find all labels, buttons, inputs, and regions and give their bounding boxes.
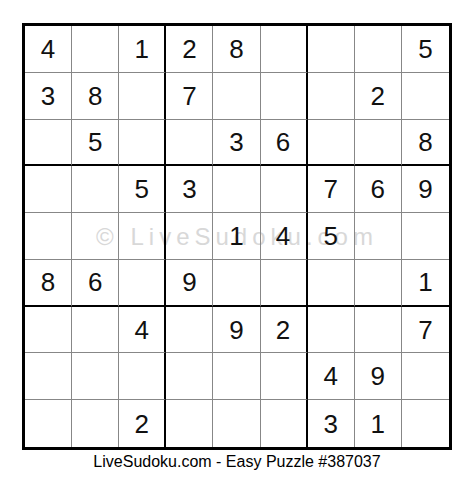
cell-r5c3 — [119, 213, 166, 260]
cell-r6c7 — [308, 260, 355, 307]
cell-r5c6: 4 — [261, 213, 308, 260]
cell-r4c9: 9 — [402, 166, 449, 213]
cell-r9c1 — [25, 400, 72, 447]
cell-r2c2: 8 — [72, 73, 119, 120]
cell-r1c3: 1 — [119, 26, 166, 73]
cell-r1c2 — [72, 26, 119, 73]
cell-r4c5 — [213, 166, 260, 213]
cell-r9c5 — [213, 400, 260, 447]
cell-r5c9 — [402, 213, 449, 260]
cell-r9c3: 2 — [119, 400, 166, 447]
cell-r7c8 — [355, 307, 402, 354]
cell-r6c1: 8 — [25, 260, 72, 307]
cell-r7c7 — [308, 307, 355, 354]
cell-r4c3: 5 — [119, 166, 166, 213]
cell-r4c1 — [25, 166, 72, 213]
cell-r8c3 — [119, 353, 166, 400]
cell-r5c7: 5 — [308, 213, 355, 260]
cell-r3c3 — [119, 120, 166, 167]
cell-r2c3 — [119, 73, 166, 120]
cell-r5c8 — [355, 213, 402, 260]
cell-r9c9 — [402, 400, 449, 447]
cell-r3c4 — [166, 120, 213, 167]
cell-r7c6: 2 — [261, 307, 308, 354]
cell-r4c4: 3 — [166, 166, 213, 213]
cell-r6c6 — [261, 260, 308, 307]
cell-r1c5: 8 — [213, 26, 260, 73]
cell-r6c9: 1 — [402, 260, 449, 307]
cell-r1c7 — [308, 26, 355, 73]
cell-r3c8 — [355, 120, 402, 167]
cell-r8c9 — [402, 353, 449, 400]
cell-r4c8: 6 — [355, 166, 402, 213]
cell-r6c8 — [355, 260, 402, 307]
sudoku-board: © LiveSudoku.com 41285387253685376914586… — [22, 23, 452, 450]
cell-r1c9: 5 — [402, 26, 449, 73]
cell-r3c6: 6 — [261, 120, 308, 167]
cell-r8c6 — [261, 353, 308, 400]
cell-r5c4 — [166, 213, 213, 260]
cell-r7c5: 9 — [213, 307, 260, 354]
cell-r2c5 — [213, 73, 260, 120]
cell-r1c8 — [355, 26, 402, 73]
cell-r9c6 — [261, 400, 308, 447]
cell-r2c8: 2 — [355, 73, 402, 120]
cell-r6c2: 6 — [72, 260, 119, 307]
cell-r4c2 — [72, 166, 119, 213]
cell-r5c1 — [25, 213, 72, 260]
cell-r9c7: 3 — [308, 400, 355, 447]
cell-r2c4: 7 — [166, 73, 213, 120]
cell-r3c2: 5 — [72, 120, 119, 167]
cell-r2c6 — [261, 73, 308, 120]
cell-r6c4: 9 — [166, 260, 213, 307]
cell-r2c7 — [308, 73, 355, 120]
cell-r4c6 — [261, 166, 308, 213]
cell-r5c5: 1 — [213, 213, 260, 260]
cell-r8c5 — [213, 353, 260, 400]
cell-r8c7: 4 — [308, 353, 355, 400]
cell-r4c7: 7 — [308, 166, 355, 213]
cell-r7c2 — [72, 307, 119, 354]
cell-r3c5: 3 — [213, 120, 260, 167]
cell-r5c2 — [72, 213, 119, 260]
cell-r3c1 — [25, 120, 72, 167]
cell-r9c8: 1 — [355, 400, 402, 447]
caption: LiveSudoku.com - Easy Puzzle #387037 — [0, 453, 474, 471]
cell-r9c2 — [72, 400, 119, 447]
cell-r2c1: 3 — [25, 73, 72, 120]
cell-r7c1 — [25, 307, 72, 354]
cell-r8c2 — [72, 353, 119, 400]
cell-r1c4: 2 — [166, 26, 213, 73]
cell-r2c9 — [402, 73, 449, 120]
cell-r1c6 — [261, 26, 308, 73]
cell-r6c3 — [119, 260, 166, 307]
cell-r7c9: 7 — [402, 307, 449, 354]
cell-r1c1: 4 — [25, 26, 72, 73]
cell-r8c4 — [166, 353, 213, 400]
cell-r6c5 — [213, 260, 260, 307]
cell-r8c1 — [25, 353, 72, 400]
cell-r3c9: 8 — [402, 120, 449, 167]
cell-r3c7 — [308, 120, 355, 167]
cell-r9c4 — [166, 400, 213, 447]
cell-r7c3: 4 — [119, 307, 166, 354]
cell-r8c8: 9 — [355, 353, 402, 400]
cell-r7c4 — [166, 307, 213, 354]
